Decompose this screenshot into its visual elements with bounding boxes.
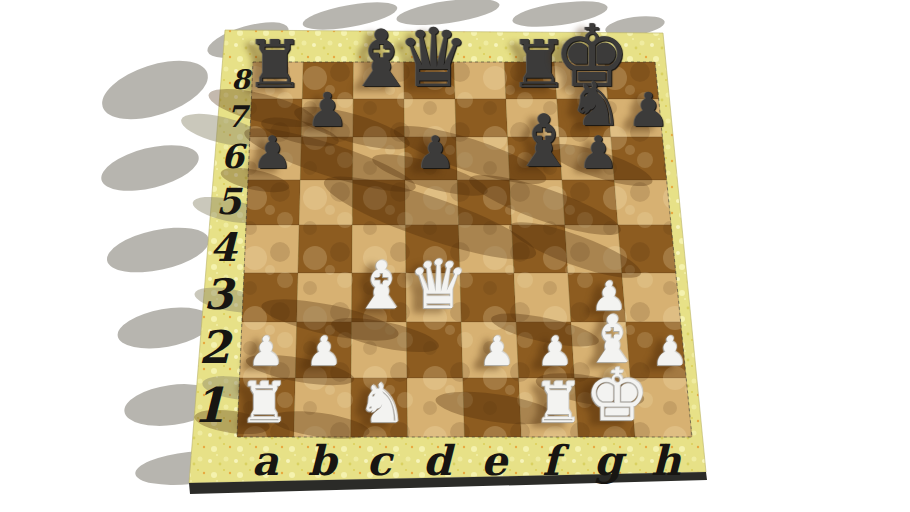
piece-white-rook-a1[interactable]: ♜ <box>231 374 297 431</box>
chess-scene: ♜♝♛♜♚♟♞♟♟♟♝♟♝♛♟♟♟♟♟♝♟♜♞♜♚ 87654321abcdef… <box>0 0 910 512</box>
piece-white-king-g1[interactable]: ♚ <box>576 359 658 432</box>
piece-white-knight-c1[interactable]: ♞ <box>350 376 414 431</box>
piece-white-pawn-e2[interactable]: ♟ <box>472 331 522 372</box>
piece-black-queen-d8[interactable]: ♛ <box>388 17 479 100</box>
piece-white-pawn-a2[interactable]: ♟ <box>241 331 291 372</box>
piece-white-queen-d3[interactable]: ♛ <box>400 251 477 319</box>
piece-white-pawn-f2[interactable]: ♟ <box>530 331 580 372</box>
table-shadow <box>103 220 213 281</box>
table-shadow <box>97 136 204 199</box>
piece-black-pawn-g6[interactable]: ♟ <box>571 130 626 176</box>
piece-black-pawn-d6[interactable]: ♟ <box>408 130 463 176</box>
piece-white-pawn-b2[interactable]: ♟ <box>299 331 349 372</box>
piece-black-pawn-h7[interactable]: ♟ <box>620 86 677 134</box>
piece-black-pawn-a6[interactable]: ♟ <box>245 130 300 176</box>
piece-black-pawn-b7[interactable]: ♟ <box>299 86 356 134</box>
